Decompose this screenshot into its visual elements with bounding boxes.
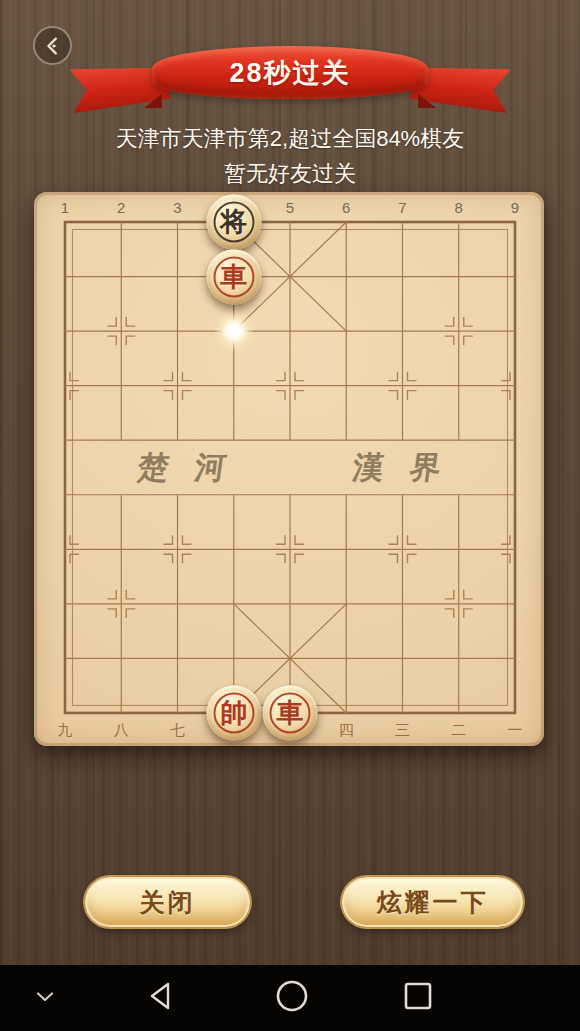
clear-time-title: 28秒过关 — [229, 55, 350, 91]
back-arrow-icon — [42, 35, 64, 57]
file-label-bottom: 四 — [339, 721, 354, 740]
brag-button[interactable]: 炫耀一下 — [342, 877, 523, 927]
xiangqi-board[interactable]: 楚河 漢界 123456789九八七六五四三二一将車帥車 — [34, 192, 544, 746]
piece-red-chariot[interactable]: 車 — [263, 685, 318, 740]
piece-red-chariot[interactable]: 車 — [206, 249, 261, 304]
piece-glyph: 帥 — [220, 699, 247, 726]
piece-red-general[interactable]: 帥 — [206, 685, 261, 740]
piece-glyph: 車 — [220, 263, 247, 290]
hide-nav-icon[interactable] — [35, 989, 55, 1007]
file-label-bottom: 七 — [170, 721, 185, 740]
android-back-icon[interactable] — [147, 981, 173, 1015]
piece-glyph: 車 — [277, 699, 304, 726]
file-label-top: 5 — [286, 199, 294, 216]
file-label-bottom: 三 — [395, 721, 410, 740]
piece-glyph: 将 — [220, 209, 247, 236]
result-ribbon: 28秒过关 — [72, 42, 508, 118]
friends-line: 暂无好友过关 — [0, 156, 580, 191]
file-label-top: 7 — [398, 199, 406, 216]
rank-line: 天津市天津市第2,超过全国84%棋友 — [0, 121, 580, 156]
file-label-bottom: 二 — [451, 721, 466, 740]
android-home-icon[interactable] — [275, 979, 309, 1017]
ribbon-band: 28秒过关 — [152, 46, 428, 99]
android-recents-icon[interactable] — [402, 980, 434, 1016]
river-label-left: 楚河 — [109, 447, 255, 489]
back-button[interactable] — [33, 26, 72, 65]
app-screen: 28秒过关 天津市天津市第2,超过全国84%棋友 暂无好友过关 楚河 漢界 12… — [0, 0, 580, 1031]
file-label-top: 6 — [342, 199, 350, 216]
river-label-right: 漢界 — [324, 447, 470, 489]
android-navbar — [0, 965, 580, 1031]
file-label-top: 8 — [455, 199, 463, 216]
close-button[interactable]: 关闭 — [85, 877, 250, 927]
file-label-bottom: 九 — [58, 721, 73, 740]
file-label-top: 3 — [173, 199, 181, 216]
ribbon-fold-right — [418, 94, 436, 108]
result-summary: 天津市天津市第2,超过全国84%棋友 暂无好友过关 — [0, 121, 580, 191]
piece-black-general[interactable]: 将 — [206, 195, 261, 250]
ribbon-fold-left — [144, 94, 162, 108]
board-grid — [34, 192, 544, 746]
file-label-bottom: 八 — [114, 721, 129, 740]
file-label-bottom: 一 — [508, 721, 523, 740]
file-label-top: 1 — [61, 199, 69, 216]
file-label-top: 9 — [511, 199, 519, 216]
file-label-top: 2 — [117, 199, 125, 216]
